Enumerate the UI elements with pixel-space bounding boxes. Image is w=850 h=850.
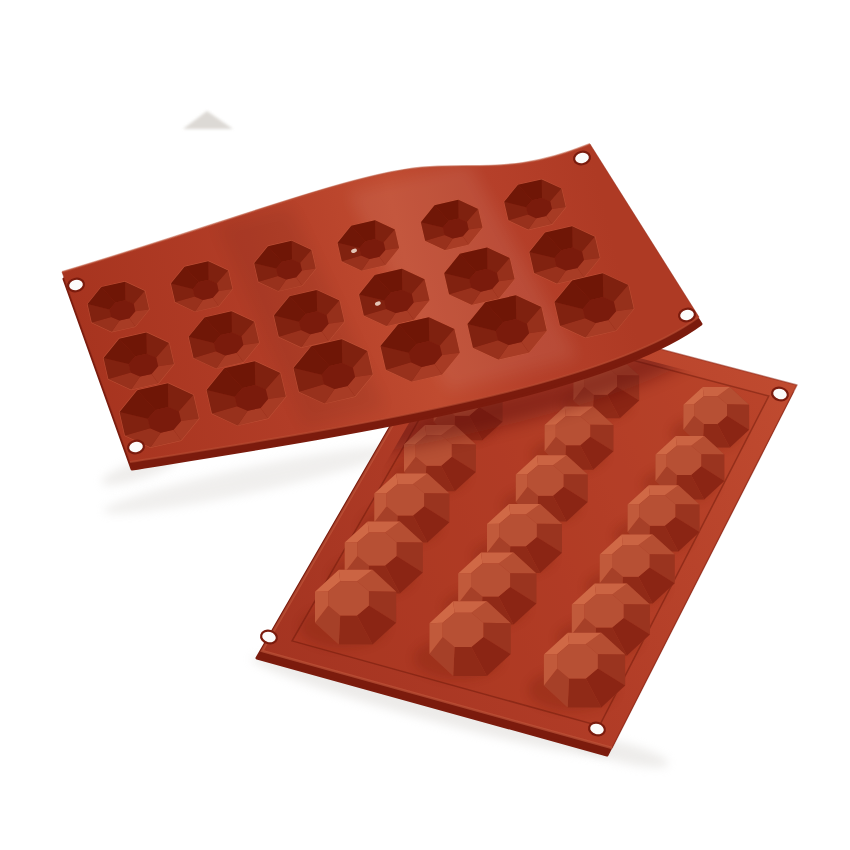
gem-bump [315,570,396,645]
gem-top-facet [528,465,564,495]
gem-top-facet [328,581,369,615]
gem-top-facet [612,545,650,577]
gem-top-facet [387,484,425,516]
gem-bump [544,633,625,708]
wall-smudge [183,111,233,129]
gem-bump [430,601,511,676]
gem-top-facet [639,495,675,526]
gem-top-facet [667,446,702,475]
gem-top-facet [357,533,396,566]
gem-top-facet [499,514,537,546]
scene-svg [0,0,850,850]
scene [0,0,850,850]
gem-top-facet [443,613,484,647]
gem-top-facet [694,396,727,424]
gem-top-facet [471,564,510,597]
gem-top-facet [556,416,590,445]
gem-top-facet [585,595,624,628]
gem-top-facet [557,644,598,678]
